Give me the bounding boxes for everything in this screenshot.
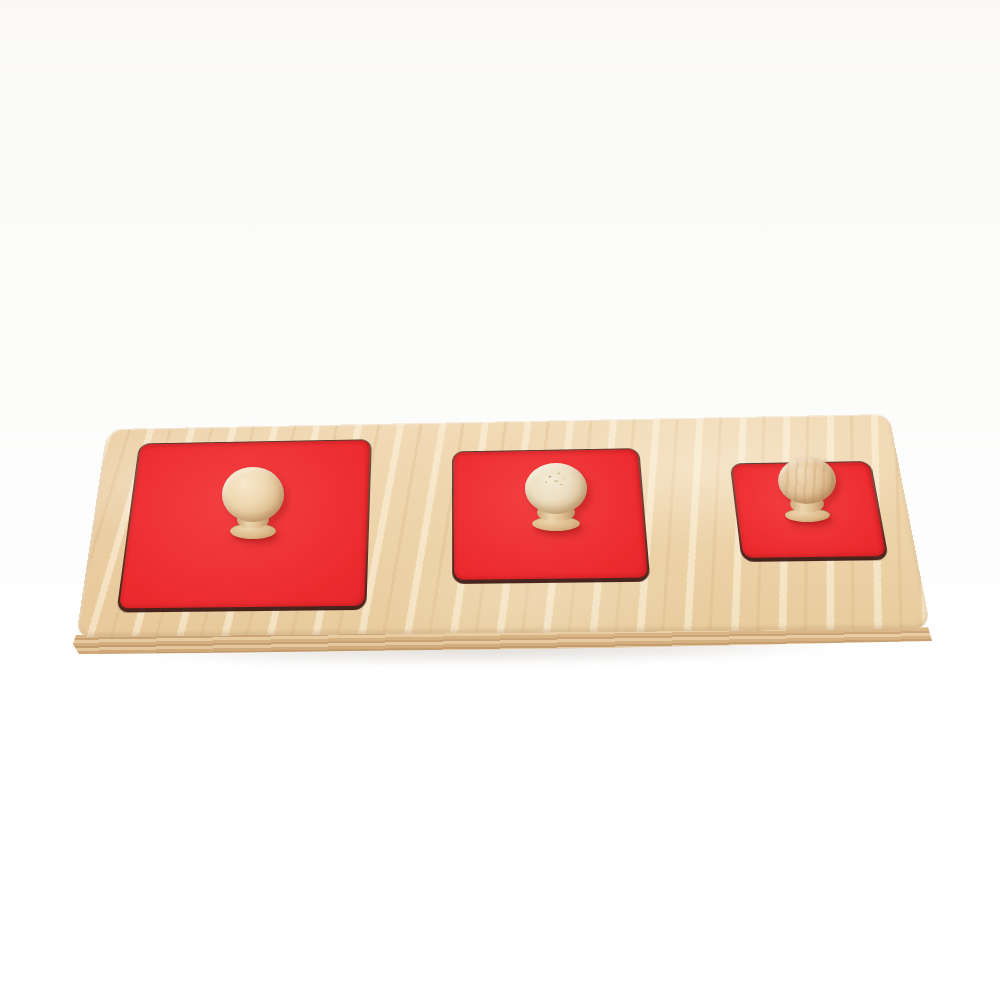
slot-grid [76, 414, 931, 637]
scene [0, 0, 1000, 1000]
slot-large [76, 424, 361, 637]
knob-head [525, 463, 587, 514]
knob-medium[interactable] [525, 463, 587, 531]
slot-small [622, 414, 931, 632]
slot-medium [353, 419, 638, 634]
knob-small[interactable] [778, 457, 836, 522]
knob-head [778, 457, 836, 504]
wood-grain-speckles [539, 469, 575, 491]
knob-head [222, 467, 284, 522]
knob-large[interactable] [222, 467, 284, 539]
puzzle-board [76, 414, 931, 637]
